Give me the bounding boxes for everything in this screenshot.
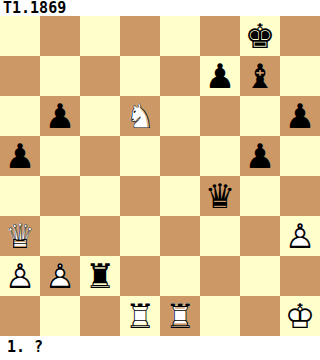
square-d6[interactable]: ♞♘ — [120, 96, 160, 136]
square-c3[interactable] — [80, 216, 120, 256]
square-h5[interactable] — [280, 136, 320, 176]
square-f3[interactable] — [200, 216, 240, 256]
square-a8[interactable] — [0, 16, 40, 56]
square-b5[interactable] — [40, 136, 80, 176]
square-d3[interactable] — [120, 216, 160, 256]
piece-black-pawn: ♟ — [240, 136, 280, 176]
square-d2[interactable] — [120, 256, 160, 296]
piece-black-pawn: ♟ — [0, 136, 40, 176]
square-g6[interactable] — [240, 96, 280, 136]
square-g5[interactable]: ♟ — [240, 136, 280, 176]
piece-black-pawn: ♟ — [200, 56, 240, 96]
square-b7[interactable] — [40, 56, 80, 96]
piece-white-rook: ♖ — [120, 296, 160, 336]
square-h6[interactable]: ♟ — [280, 96, 320, 136]
chess-puzzle-window: T1.1869 ♚♟♝♟♞♘♟♟♟♛♛♕♟♙♟♙♟♙♜♜♖♜♖♚♔ 1. ? — [0, 0, 320, 360]
square-a6[interactable] — [0, 96, 40, 136]
piece-black-pawn: ♟ — [40, 96, 80, 136]
piece-white-pawn: ♙ — [0, 256, 40, 296]
square-h4[interactable] — [280, 176, 320, 216]
piece-white-knight: ♘ — [120, 96, 160, 136]
square-e1[interactable]: ♜♖ — [160, 296, 200, 336]
square-h7[interactable] — [280, 56, 320, 96]
square-g4[interactable] — [240, 176, 280, 216]
piece-white-rook: ♖ — [160, 296, 200, 336]
square-c2[interactable]: ♜ — [80, 256, 120, 296]
square-b8[interactable] — [40, 16, 80, 56]
square-b4[interactable] — [40, 176, 80, 216]
piece-black-rook: ♜ — [80, 256, 120, 296]
square-g7[interactable]: ♝ — [240, 56, 280, 96]
square-d1[interactable]: ♜♖ — [120, 296, 160, 336]
move-prompt: 1. ? — [7, 338, 43, 356]
square-h1[interactable]: ♚♔ — [280, 296, 320, 336]
piece-white-pawn: ♙ — [280, 216, 320, 256]
square-e7[interactable] — [160, 56, 200, 96]
square-f8[interactable] — [200, 16, 240, 56]
square-f5[interactable] — [200, 136, 240, 176]
square-c4[interactable] — [80, 176, 120, 216]
square-f7[interactable]: ♟ — [200, 56, 240, 96]
puzzle-id: T1.1869 — [3, 0, 66, 16]
piece-black-king: ♚ — [240, 16, 280, 56]
square-c1[interactable] — [80, 296, 120, 336]
square-b6[interactable]: ♟ — [40, 96, 80, 136]
piece-black-pawn: ♟ — [280, 96, 320, 136]
square-b3[interactable] — [40, 216, 80, 256]
square-f6[interactable] — [200, 96, 240, 136]
square-d7[interactable] — [120, 56, 160, 96]
square-a4[interactable] — [0, 176, 40, 216]
square-e2[interactable] — [160, 256, 200, 296]
piece-white-queen: ♕ — [0, 216, 40, 256]
square-a1[interactable] — [0, 296, 40, 336]
square-c8[interactable] — [80, 16, 120, 56]
square-e5[interactable] — [160, 136, 200, 176]
square-e6[interactable] — [160, 96, 200, 136]
square-h8[interactable] — [280, 16, 320, 56]
square-e4[interactable] — [160, 176, 200, 216]
square-h3[interactable]: ♟♙ — [280, 216, 320, 256]
square-c6[interactable] — [80, 96, 120, 136]
piece-black-queen: ♛ — [200, 176, 240, 216]
square-g1[interactable] — [240, 296, 280, 336]
square-a7[interactable] — [0, 56, 40, 96]
square-e8[interactable] — [160, 16, 200, 56]
square-h2[interactable] — [280, 256, 320, 296]
square-f2[interactable] — [200, 256, 240, 296]
square-f4[interactable]: ♛ — [200, 176, 240, 216]
square-d8[interactable] — [120, 16, 160, 56]
square-a5[interactable]: ♟ — [0, 136, 40, 176]
piece-white-king: ♔ — [280, 296, 320, 336]
square-d5[interactable] — [120, 136, 160, 176]
square-d4[interactable] — [120, 176, 160, 216]
square-c5[interactable] — [80, 136, 120, 176]
piece-white-pawn: ♙ — [40, 256, 80, 296]
square-a2[interactable]: ♟♙ — [0, 256, 40, 296]
square-b1[interactable] — [40, 296, 80, 336]
chess-board: ♚♟♝♟♞♘♟♟♟♛♛♕♟♙♟♙♟♙♜♜♖♜♖♚♔ — [0, 16, 320, 336]
square-e3[interactable] — [160, 216, 200, 256]
square-g8[interactable]: ♚ — [240, 16, 280, 56]
square-g2[interactable] — [240, 256, 280, 296]
square-b2[interactable]: ♟♙ — [40, 256, 80, 296]
piece-black-bishop: ♝ — [240, 56, 280, 96]
square-c7[interactable] — [80, 56, 120, 96]
square-f1[interactable] — [200, 296, 240, 336]
square-g3[interactable] — [240, 216, 280, 256]
square-a3[interactable]: ♛♕ — [0, 216, 40, 256]
